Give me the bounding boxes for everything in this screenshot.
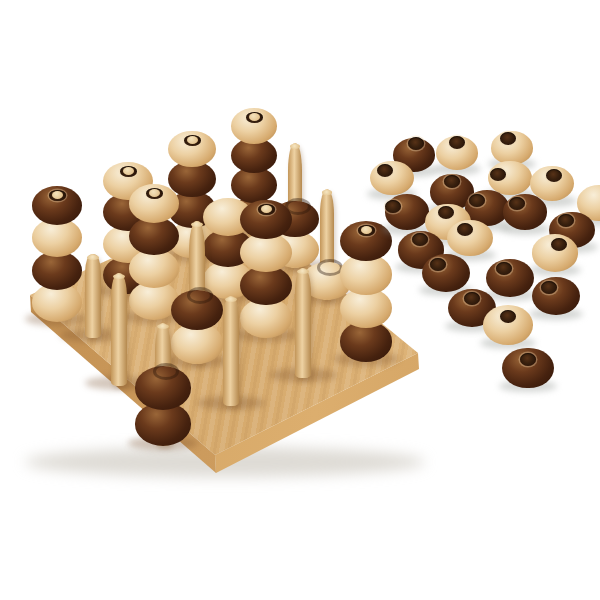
score-four-photo xyxy=(0,0,600,600)
peg[interactable] xyxy=(85,254,100,338)
peg-tip xyxy=(225,297,237,302)
bead-hole xyxy=(449,136,465,149)
peg-entry-hole xyxy=(187,287,213,304)
bead-hole xyxy=(430,258,446,271)
bead-hole xyxy=(496,262,512,275)
bead-hole xyxy=(541,281,557,294)
bead-hole xyxy=(500,310,516,323)
peg-tip xyxy=(123,167,134,175)
bead-hole xyxy=(444,175,460,188)
peg-tip xyxy=(149,189,160,197)
peg-tip xyxy=(249,113,260,121)
bead-hole xyxy=(464,292,480,305)
bead-hole xyxy=(551,238,567,251)
bead-hole xyxy=(377,164,393,177)
bead-hole xyxy=(558,214,574,227)
bead-hole xyxy=(500,132,516,145)
bead-hole xyxy=(509,197,525,210)
bead-hole xyxy=(412,233,428,246)
peg-tip xyxy=(297,269,309,274)
bead-hole xyxy=(469,194,485,207)
loose-bead-dark[interactable] xyxy=(532,277,580,316)
bead-hole xyxy=(546,169,562,182)
peg-tip xyxy=(113,274,125,279)
peg-tip xyxy=(361,226,372,234)
peg-tip xyxy=(52,191,63,199)
bead-hole xyxy=(520,353,536,366)
peg[interactable] xyxy=(295,268,311,378)
bead-hole xyxy=(457,223,473,236)
peg-entry-hole xyxy=(153,363,179,380)
loose-bead-light[interactable] xyxy=(370,161,414,196)
peg-tip xyxy=(187,136,198,144)
peg-tip xyxy=(261,205,272,213)
peg-tip xyxy=(191,222,203,227)
peg[interactable] xyxy=(111,273,127,386)
peg[interactable] xyxy=(223,296,239,406)
loose-bead-dark[interactable] xyxy=(422,254,469,292)
bead-hole xyxy=(438,206,454,219)
bead-hole xyxy=(408,137,424,150)
bead-hole xyxy=(490,168,506,181)
bead-hole xyxy=(385,200,401,213)
peg-tip xyxy=(87,255,98,260)
